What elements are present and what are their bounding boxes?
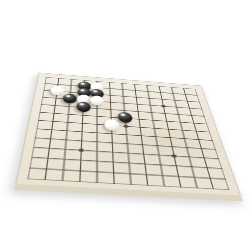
stone-black[interactable] — [62, 93, 77, 104]
photo-backdrop — [0, 0, 250, 250]
stones-layer — [27, 77, 229, 190]
stone-white[interactable] — [49, 86, 64, 96]
go-board[interactable] — [14, 73, 243, 202]
stone-black[interactable] — [76, 101, 91, 112]
board-grid-area — [27, 77, 229, 190]
stone-white[interactable] — [90, 95, 104, 106]
stone-black[interactable] — [118, 112, 133, 124]
stone-white[interactable] — [104, 119, 119, 131]
